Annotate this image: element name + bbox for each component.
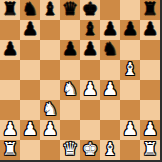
piece-white-knight: ♞ bbox=[42, 100, 58, 119]
square-d7[interactable] bbox=[60, 20, 80, 40]
square-e6[interactable]: ♟ bbox=[80, 40, 100, 60]
square-g4[interactable] bbox=[120, 80, 140, 100]
piece-black-pawn: ♟ bbox=[22, 20, 38, 39]
square-e1[interactable]: ♚ bbox=[80, 140, 100, 160]
piece-black-pawn: ♟ bbox=[82, 40, 98, 59]
square-a5[interactable] bbox=[0, 60, 20, 80]
square-d4[interactable]: ♞ bbox=[60, 80, 80, 100]
chess-board-frame: ♜♞♝♛♚♜♟♝♟♟♟♟♟♟♞♝♞♟♟♞♟♟♟♟♟♜♛♚♝♜ bbox=[0, 0, 162, 162]
square-c8[interactable]: ♝ bbox=[40, 0, 60, 20]
square-h6[interactable] bbox=[140, 40, 160, 60]
piece-black-pawn: ♟ bbox=[2, 40, 18, 59]
square-a7[interactable] bbox=[0, 20, 20, 40]
piece-white-pawn: ♟ bbox=[2, 120, 18, 139]
square-e3[interactable] bbox=[80, 100, 100, 120]
square-g8[interactable] bbox=[120, 0, 140, 20]
square-f2[interactable] bbox=[100, 120, 120, 140]
piece-white-pawn: ♟ bbox=[122, 120, 138, 139]
square-h7[interactable]: ♟ bbox=[140, 20, 160, 40]
square-d5[interactable] bbox=[60, 60, 80, 80]
square-d6[interactable]: ♟ bbox=[60, 40, 80, 60]
square-c3[interactable]: ♞ bbox=[40, 100, 60, 120]
square-a3[interactable] bbox=[0, 100, 20, 120]
square-b7[interactable]: ♟ bbox=[20, 20, 40, 40]
piece-black-queen: ♛ bbox=[62, 0, 78, 19]
square-f1[interactable]: ♝ bbox=[100, 140, 120, 160]
square-d1[interactable]: ♛ bbox=[60, 140, 80, 160]
piece-black-knight: ♞ bbox=[102, 40, 118, 59]
piece-white-pawn: ♟ bbox=[102, 80, 118, 99]
square-f6[interactable]: ♞ bbox=[100, 40, 120, 60]
square-g6[interactable] bbox=[120, 40, 140, 60]
square-f5[interactable] bbox=[100, 60, 120, 80]
square-e4[interactable]: ♟ bbox=[80, 80, 100, 100]
piece-black-pawn: ♟ bbox=[62, 40, 78, 59]
square-b4[interactable] bbox=[20, 80, 40, 100]
square-b8[interactable]: ♞ bbox=[20, 0, 40, 20]
square-f7[interactable]: ♟ bbox=[100, 20, 120, 40]
piece-black-pawn: ♟ bbox=[102, 20, 118, 39]
piece-black-bishop: ♝ bbox=[82, 20, 98, 39]
piece-white-pawn: ♟ bbox=[42, 120, 58, 139]
square-h4[interactable] bbox=[140, 80, 160, 100]
piece-black-rook: ♜ bbox=[2, 0, 18, 19]
square-c4[interactable] bbox=[40, 80, 60, 100]
piece-white-bishop: ♝ bbox=[102, 140, 118, 159]
piece-white-king: ♚ bbox=[82, 140, 98, 159]
square-g5[interactable]: ♝ bbox=[120, 60, 140, 80]
square-b2[interactable]: ♟ bbox=[20, 120, 40, 140]
piece-white-rook: ♜ bbox=[2, 140, 18, 159]
square-d3[interactable] bbox=[60, 100, 80, 120]
square-h1[interactable]: ♜ bbox=[140, 140, 160, 160]
square-c1[interactable] bbox=[40, 140, 60, 160]
square-g1[interactable] bbox=[120, 140, 140, 160]
square-a8[interactable]: ♜ bbox=[0, 0, 20, 20]
square-c2[interactable]: ♟ bbox=[40, 120, 60, 140]
piece-white-queen: ♛ bbox=[62, 140, 78, 159]
chess-board: ♜♞♝♛♚♜♟♝♟♟♟♟♟♟♞♝♞♟♟♞♟♟♟♟♟♜♛♚♝♜ bbox=[0, 0, 160, 160]
piece-white-pawn: ♟ bbox=[82, 80, 98, 99]
square-f8[interactable] bbox=[100, 0, 120, 20]
square-g2[interactable]: ♟ bbox=[120, 120, 140, 140]
square-a6[interactable]: ♟ bbox=[0, 40, 20, 60]
square-a1[interactable]: ♜ bbox=[0, 140, 20, 160]
square-c7[interactable] bbox=[40, 20, 60, 40]
square-b5[interactable] bbox=[20, 60, 40, 80]
square-b3[interactable] bbox=[20, 100, 40, 120]
piece-white-pawn: ♟ bbox=[142, 120, 158, 139]
square-h3[interactable] bbox=[140, 100, 160, 120]
square-h5[interactable] bbox=[140, 60, 160, 80]
square-d2[interactable] bbox=[60, 120, 80, 140]
square-h2[interactable]: ♟ bbox=[140, 120, 160, 140]
square-e5[interactable] bbox=[80, 60, 100, 80]
piece-white-pawn: ♟ bbox=[22, 120, 38, 139]
square-f3[interactable] bbox=[100, 100, 120, 120]
square-h8[interactable]: ♜ bbox=[140, 0, 160, 20]
square-d8[interactable]: ♛ bbox=[60, 0, 80, 20]
square-b1[interactable] bbox=[20, 140, 40, 160]
piece-white-bishop: ♝ bbox=[122, 60, 138, 79]
square-a4[interactable] bbox=[0, 80, 20, 100]
piece-white-rook: ♜ bbox=[142, 140, 158, 159]
piece-black-knight: ♞ bbox=[22, 0, 38, 19]
piece-black-bishop: ♝ bbox=[42, 0, 58, 19]
piece-black-pawn: ♟ bbox=[122, 20, 138, 39]
piece-black-king: ♚ bbox=[82, 0, 98, 19]
piece-black-rook: ♜ bbox=[142, 0, 158, 19]
square-b6[interactable] bbox=[20, 40, 40, 60]
square-c6[interactable] bbox=[40, 40, 60, 60]
square-g7[interactable]: ♟ bbox=[120, 20, 140, 40]
square-e2[interactable] bbox=[80, 120, 100, 140]
square-e7[interactable]: ♝ bbox=[80, 20, 100, 40]
square-g3[interactable] bbox=[120, 100, 140, 120]
piece-black-pawn: ♟ bbox=[142, 20, 158, 39]
piece-white-knight: ♞ bbox=[62, 80, 78, 99]
square-c5[interactable] bbox=[40, 60, 60, 80]
square-f4[interactable]: ♟ bbox=[100, 80, 120, 100]
square-e8[interactable]: ♚ bbox=[80, 0, 100, 20]
square-a2[interactable]: ♟ bbox=[0, 120, 20, 140]
